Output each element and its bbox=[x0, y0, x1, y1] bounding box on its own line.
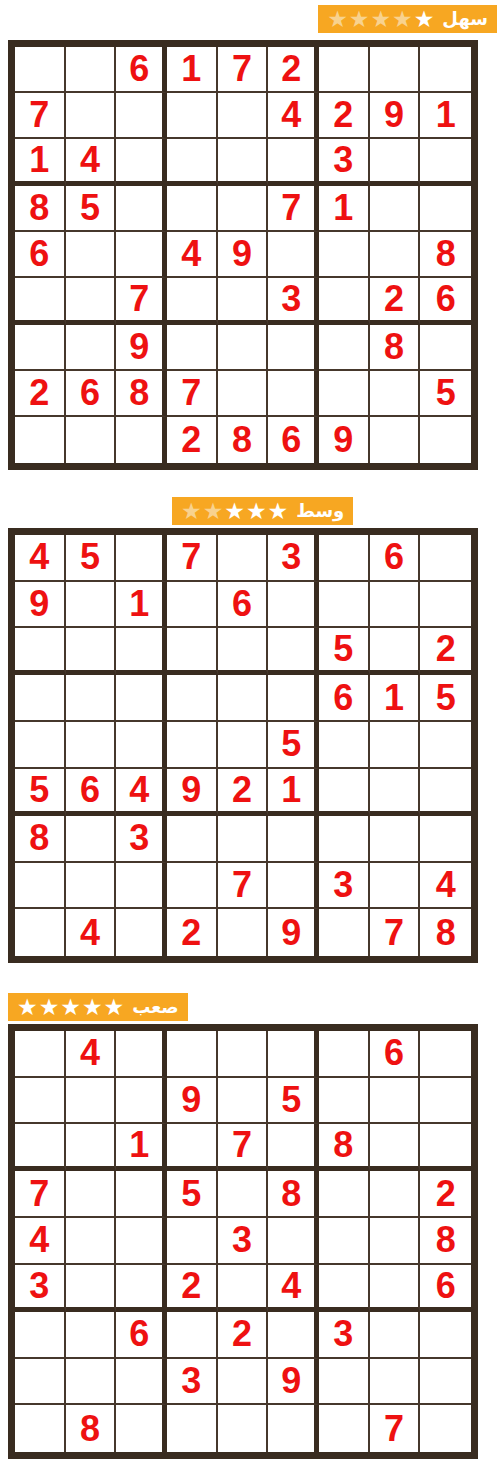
cell-hard-r4c5[interactable] bbox=[218, 1171, 269, 1218]
cell-hard-r9c6[interactable] bbox=[268, 1405, 319, 1452]
cell-easy-r8c1[interactable]: 2 bbox=[15, 371, 66, 417]
cell-easy-r9c9[interactable] bbox=[420, 417, 471, 463]
cell-hard-r4c2[interactable] bbox=[66, 1171, 117, 1218]
cell-hard-r5c8[interactable] bbox=[370, 1218, 421, 1265]
cell-hard-r7c9[interactable] bbox=[420, 1312, 471, 1359]
cell-hard-r1c3[interactable] bbox=[116, 1031, 167, 1078]
cell-medium-r1c4[interactable]: 7 bbox=[167, 535, 218, 582]
cell-medium-r9c9[interactable]: 8 bbox=[420, 909, 471, 956]
cell-medium-r6c5[interactable]: 2 bbox=[218, 769, 269, 816]
cell-hard-r7c5[interactable]: 2 bbox=[218, 1312, 269, 1359]
cell-hard-r6c6[interactable]: 4 bbox=[268, 1265, 319, 1312]
cell-medium-r7c2[interactable] bbox=[66, 816, 117, 863]
cell-easy-r9c4[interactable]: 2 bbox=[167, 417, 218, 463]
cell-easy-r1c9[interactable] bbox=[420, 47, 471, 93]
cell-medium-r3c7[interactable]: 5 bbox=[319, 628, 370, 675]
cell-medium-r6c6[interactable]: 1 bbox=[268, 769, 319, 816]
cell-hard-r1c9[interactable] bbox=[420, 1031, 471, 1078]
cell-hard-r9c1[interactable] bbox=[15, 1405, 66, 1452]
cell-easy-r2c5[interactable] bbox=[218, 93, 269, 139]
cell-easy-r8c5[interactable] bbox=[218, 371, 269, 417]
cell-hard-r8c1[interactable] bbox=[15, 1359, 66, 1406]
cell-hard-r6c8[interactable] bbox=[370, 1265, 421, 1312]
cell-hard-r2c8[interactable] bbox=[370, 1078, 421, 1125]
difficulty-label-hard: صعب bbox=[132, 993, 179, 1021]
cell-easy-r5c4[interactable]: 4 bbox=[167, 232, 218, 278]
cell-easy-r8c6[interactable] bbox=[268, 371, 319, 417]
cell-easy-r7c7[interactable] bbox=[319, 325, 370, 371]
cell-medium-r7c8[interactable] bbox=[370, 816, 421, 863]
cell-hard-r6c2[interactable] bbox=[66, 1265, 117, 1312]
cell-hard-r9c9[interactable] bbox=[420, 1405, 471, 1452]
cell-medium-r5c5[interactable] bbox=[218, 722, 269, 769]
cell-hard-r8c7[interactable] bbox=[319, 1359, 370, 1406]
cell-hard-r7c4[interactable] bbox=[167, 1312, 218, 1359]
cell-medium-r6c2[interactable]: 6 bbox=[66, 769, 117, 816]
cell-medium-r2c3[interactable]: 1 bbox=[116, 582, 167, 629]
cell-medium-r7c9[interactable] bbox=[420, 816, 471, 863]
cell-easy-r3c9[interactable] bbox=[420, 139, 471, 186]
cell-hard-r4c8[interactable] bbox=[370, 1171, 421, 1218]
difficulty-stars-easy: ★★★★★ bbox=[327, 7, 434, 31]
cell-medium-r6c1[interactable]: 5 bbox=[15, 769, 66, 816]
cell-medium-r2c7[interactable] bbox=[319, 582, 370, 629]
cell-hard-r4c7[interactable] bbox=[319, 1171, 370, 1218]
cell-hard-r4c1[interactable]: 7 bbox=[15, 1171, 66, 1218]
cell-medium-r4c3[interactable] bbox=[116, 675, 167, 722]
cell-easy-r4c8[interactable] bbox=[370, 186, 421, 232]
cell-easy-r2c6[interactable]: 4 bbox=[268, 93, 319, 139]
star-filled-icon: ★ bbox=[39, 995, 60, 1019]
star-filled-icon: ★ bbox=[246, 499, 267, 523]
cell-medium-r5c2[interactable] bbox=[66, 722, 117, 769]
cell-medium-r3c9[interactable]: 2 bbox=[420, 628, 471, 675]
cell-hard-r6c9[interactable]: 6 bbox=[420, 1265, 471, 1312]
cell-medium-r1c7[interactable] bbox=[319, 535, 370, 582]
cell-hard-r3c5[interactable]: 7 bbox=[218, 1124, 269, 1171]
cell-medium-r9c2[interactable]: 4 bbox=[66, 909, 117, 956]
cell-easy-r4c5[interactable] bbox=[218, 186, 269, 232]
cell-hard-r7c8[interactable] bbox=[370, 1312, 421, 1359]
cell-easy-r9c2[interactable] bbox=[66, 417, 117, 463]
cell-hard-r9c2[interactable]: 8 bbox=[66, 1405, 117, 1452]
cell-hard-r8c6[interactable]: 9 bbox=[268, 1359, 319, 1406]
cell-easy-r7c8[interactable]: 8 bbox=[370, 325, 421, 371]
cell-medium-r8c5[interactable]: 7 bbox=[218, 863, 269, 910]
cell-easy-r6c2[interactable] bbox=[66, 278, 117, 325]
cell-easy-r6c4[interactable] bbox=[167, 278, 218, 325]
cell-medium-r9c4[interactable]: 2 bbox=[167, 909, 218, 956]
cell-medium-r4c9[interactable]: 5 bbox=[420, 675, 471, 722]
cell-easy-r8c9[interactable]: 5 bbox=[420, 371, 471, 417]
cell-medium-r7c1[interactable]: 8 bbox=[15, 816, 66, 863]
cell-hard-r5c9[interactable]: 8 bbox=[420, 1218, 471, 1265]
cell-hard-r3c2[interactable] bbox=[66, 1124, 117, 1171]
cell-hard-r1c6[interactable] bbox=[268, 1031, 319, 1078]
cell-easy-r5c5[interactable]: 9 bbox=[218, 232, 269, 278]
cell-hard-r3c9[interactable] bbox=[420, 1124, 471, 1171]
cell-medium-r4c8[interactable]: 1 bbox=[370, 675, 421, 722]
cell-easy-r9c3[interactable] bbox=[116, 417, 167, 463]
cell-medium-r6c7[interactable] bbox=[319, 769, 370, 816]
star-filled-icon: ★ bbox=[268, 499, 289, 523]
cell-medium-r2c1[interactable]: 9 bbox=[15, 582, 66, 629]
cell-hard-r2c1[interactable] bbox=[15, 1078, 66, 1125]
cell-medium-r1c6[interactable]: 3 bbox=[268, 535, 319, 582]
cell-hard-r7c2[interactable] bbox=[66, 1312, 117, 1359]
cell-medium-r7c6[interactable] bbox=[268, 816, 319, 863]
cell-medium-r2c9[interactable] bbox=[420, 582, 471, 629]
cell-easy-r9c5[interactable]: 8 bbox=[218, 417, 269, 463]
cell-easy-r2c2[interactable] bbox=[66, 93, 117, 139]
cell-medium-r5c1[interactable] bbox=[15, 722, 66, 769]
cell-hard-r8c3[interactable] bbox=[116, 1359, 167, 1406]
cell-hard-r8c4[interactable]: 3 bbox=[167, 1359, 218, 1406]
difficulty-banner-easy: ★★★★★ سهل bbox=[318, 5, 497, 33]
star-filled-icon: ★ bbox=[17, 995, 38, 1019]
cell-hard-r7c1[interactable] bbox=[15, 1312, 66, 1359]
cell-easy-r1c5[interactable]: 7 bbox=[218, 47, 269, 93]
cell-hard-r2c5[interactable] bbox=[218, 1078, 269, 1125]
cell-easy-r1c8[interactable] bbox=[370, 47, 421, 93]
cell-medium-r2c2[interactable] bbox=[66, 582, 117, 629]
cell-medium-r4c5[interactable] bbox=[218, 675, 269, 722]
cell-medium-r8c2[interactable] bbox=[66, 863, 117, 910]
cell-medium-r3c1[interactable] bbox=[15, 628, 66, 675]
cell-easy-r6c8[interactable]: 2 bbox=[370, 278, 421, 325]
star-empty-icon: ★ bbox=[370, 7, 391, 31]
cell-hard-r8c5[interactable] bbox=[218, 1359, 269, 1406]
cell-medium-r9c8[interactable]: 7 bbox=[370, 909, 421, 956]
cell-medium-r2c8[interactable] bbox=[370, 582, 421, 629]
cell-medium-r1c8[interactable]: 6 bbox=[370, 535, 421, 582]
cell-hard-r3c7[interactable]: 8 bbox=[319, 1124, 370, 1171]
difficulty-banner-medium: ★★★★★ وسط bbox=[172, 497, 353, 525]
cell-medium-r9c6[interactable]: 9 bbox=[268, 909, 319, 956]
cell-medium-r4c7[interactable]: 6 bbox=[319, 675, 370, 722]
cell-medium-r8c1[interactable] bbox=[15, 863, 66, 910]
star-empty-icon: ★ bbox=[181, 499, 202, 523]
cell-medium-r7c7[interactable] bbox=[319, 816, 370, 863]
cell-easy-r1c7[interactable] bbox=[319, 47, 370, 93]
cell-easy-r9c7[interactable]: 9 bbox=[319, 417, 370, 463]
cell-medium-r1c2[interactable]: 5 bbox=[66, 535, 117, 582]
star-empty-icon: ★ bbox=[327, 7, 348, 31]
cell-easy-r3c3[interactable] bbox=[116, 139, 167, 186]
star-filled-icon: ★ bbox=[82, 995, 103, 1019]
cell-hard-r1c4[interactable] bbox=[167, 1031, 218, 1078]
cell-medium-r3c5[interactable] bbox=[218, 628, 269, 675]
cell-easy-r6c3[interactable]: 7 bbox=[116, 278, 167, 325]
cell-hard-r6c1[interactable]: 3 bbox=[15, 1265, 66, 1312]
sudoku-grid-medium: 457369165261555649218373442978 bbox=[8, 528, 478, 963]
cell-hard-r5c2[interactable] bbox=[66, 1218, 117, 1265]
cell-medium-r8c7[interactable]: 3 bbox=[319, 863, 370, 910]
cell-easy-r6c7[interactable] bbox=[319, 278, 370, 325]
difficulty-label-easy: سهل bbox=[442, 5, 488, 33]
cell-hard-r4c3[interactable] bbox=[116, 1171, 167, 1218]
cell-medium-r5c4[interactable] bbox=[167, 722, 218, 769]
cell-easy-r5c6[interactable] bbox=[268, 232, 319, 278]
cell-easy-r7c6[interactable] bbox=[268, 325, 319, 371]
cell-medium-r8c3[interactable] bbox=[116, 863, 167, 910]
difficulty-banner-hard: ★★★★★ صعب bbox=[8, 993, 188, 1021]
cell-easy-r6c6[interactable]: 3 bbox=[268, 278, 319, 325]
cell-medium-r2c5[interactable]: 6 bbox=[218, 582, 269, 629]
cell-hard-r5c5[interactable]: 3 bbox=[218, 1218, 269, 1265]
difficulty-stars-medium: ★★★★★ bbox=[181, 499, 288, 523]
cell-easy-r9c6[interactable]: 6 bbox=[268, 417, 319, 463]
cell-hard-r1c1[interactable] bbox=[15, 1031, 66, 1078]
star-empty-icon: ★ bbox=[392, 7, 413, 31]
cell-hard-r2c3[interactable] bbox=[116, 1078, 167, 1125]
cell-easy-r1c2[interactable] bbox=[66, 47, 117, 93]
cell-easy-r7c9[interactable] bbox=[420, 325, 471, 371]
cell-hard-r4c9[interactable]: 2 bbox=[420, 1171, 471, 1218]
cell-hard-r1c7[interactable] bbox=[319, 1031, 370, 1078]
cell-easy-r9c8[interactable] bbox=[370, 417, 421, 463]
cell-hard-r5c4[interactable] bbox=[167, 1218, 218, 1265]
cell-easy-r1c6[interactable]: 2 bbox=[268, 47, 319, 93]
cell-medium-r5c7[interactable] bbox=[319, 722, 370, 769]
cell-medium-r5c3[interactable] bbox=[116, 722, 167, 769]
star-empty-icon: ★ bbox=[203, 499, 224, 523]
cell-hard-r2c2[interactable] bbox=[66, 1078, 117, 1125]
sudoku-grid-easy: 61727429114385716498732698268752869 bbox=[8, 40, 478, 470]
cell-medium-r1c3[interactable] bbox=[116, 535, 167, 582]
cell-medium-r1c1[interactable]: 4 bbox=[15, 535, 66, 582]
cell-hard-r8c9[interactable] bbox=[420, 1359, 471, 1406]
cell-easy-r2c4[interactable] bbox=[167, 93, 218, 139]
cell-easy-r6c5[interactable] bbox=[218, 278, 269, 325]
cell-easy-r3c1[interactable]: 1 bbox=[15, 139, 66, 186]
cell-medium-r7c3[interactable]: 3 bbox=[116, 816, 167, 863]
cell-easy-r6c9[interactable]: 6 bbox=[420, 278, 471, 325]
cell-medium-r3c3[interactable] bbox=[116, 628, 167, 675]
cell-easy-r4c3[interactable] bbox=[116, 186, 167, 232]
cell-easy-r8c3[interactable]: 8 bbox=[116, 371, 167, 417]
cell-medium-r5c6[interactable]: 5 bbox=[268, 722, 319, 769]
cell-hard-r6c7[interactable] bbox=[319, 1265, 370, 1312]
cell-easy-r5c9[interactable]: 8 bbox=[420, 232, 471, 278]
difficulty-label-medium: وسط bbox=[296, 497, 344, 525]
cell-medium-r9c5[interactable] bbox=[218, 909, 269, 956]
cell-hard-r5c6[interactable] bbox=[268, 1218, 319, 1265]
cell-hard-r2c4[interactable]: 9 bbox=[167, 1078, 218, 1125]
cell-hard-r9c8[interactable]: 7 bbox=[370, 1405, 421, 1452]
cell-medium-r2c6[interactable] bbox=[268, 582, 319, 629]
cell-easy-r4c1[interactable]: 8 bbox=[15, 186, 66, 232]
cell-easy-r3c6[interactable] bbox=[268, 139, 319, 186]
cell-easy-r1c1[interactable] bbox=[15, 47, 66, 93]
cell-medium-r6c8[interactable] bbox=[370, 769, 421, 816]
cell-medium-r4c6[interactable] bbox=[268, 675, 319, 722]
cell-easy-r8c4[interactable]: 7 bbox=[167, 371, 218, 417]
cell-easy-r2c9[interactable]: 1 bbox=[420, 93, 471, 139]
cell-easy-r5c1[interactable]: 6 bbox=[15, 232, 66, 278]
cell-hard-r2c7[interactable] bbox=[319, 1078, 370, 1125]
cell-medium-r4c1[interactable] bbox=[15, 675, 66, 722]
cell-medium-r5c8[interactable] bbox=[370, 722, 421, 769]
cell-hard-r9c4[interactable] bbox=[167, 1405, 218, 1452]
cell-easy-r3c5[interactable] bbox=[218, 139, 269, 186]
cell-medium-r8c4[interactable] bbox=[167, 863, 218, 910]
cell-hard-r5c1[interactable]: 4 bbox=[15, 1218, 66, 1265]
cell-medium-r3c8[interactable] bbox=[370, 628, 421, 675]
cell-medium-r1c5[interactable] bbox=[218, 535, 269, 582]
cell-hard-r7c3[interactable]: 6 bbox=[116, 1312, 167, 1359]
cell-medium-r5c9[interactable] bbox=[420, 722, 471, 769]
cell-medium-r7c5[interactable] bbox=[218, 816, 269, 863]
cell-hard-r5c3[interactable] bbox=[116, 1218, 167, 1265]
cell-easy-r5c7[interactable] bbox=[319, 232, 370, 278]
cell-hard-r4c6[interactable]: 8 bbox=[268, 1171, 319, 1218]
cell-easy-r1c4[interactable]: 1 bbox=[167, 47, 218, 93]
cell-hard-r9c3[interactable] bbox=[116, 1405, 167, 1452]
cell-easy-r2c3[interactable] bbox=[116, 93, 167, 139]
cell-medium-r6c3[interactable]: 4 bbox=[116, 769, 167, 816]
cell-medium-r8c9[interactable]: 4 bbox=[420, 863, 471, 910]
cell-hard-r6c5[interactable] bbox=[218, 1265, 269, 1312]
cell-hard-r8c8[interactable] bbox=[370, 1359, 421, 1406]
star-filled-icon: ★ bbox=[60, 995, 81, 1019]
cell-medium-r3c6[interactable] bbox=[268, 628, 319, 675]
cell-hard-r6c3[interactable] bbox=[116, 1265, 167, 1312]
cell-easy-r2c1[interactable]: 7 bbox=[15, 93, 66, 139]
cell-easy-r4c9[interactable] bbox=[420, 186, 471, 232]
cell-easy-r8c2[interactable]: 6 bbox=[66, 371, 117, 417]
cell-easy-r1c3[interactable]: 6 bbox=[116, 47, 167, 93]
cell-hard-r7c7[interactable]: 3 bbox=[319, 1312, 370, 1359]
cell-easy-r7c2[interactable] bbox=[66, 325, 117, 371]
star-filled-icon: ★ bbox=[224, 499, 245, 523]
cell-easy-r7c3[interactable]: 9 bbox=[116, 325, 167, 371]
cell-easy-r5c3[interactable] bbox=[116, 232, 167, 278]
cell-hard-r7c6[interactable] bbox=[268, 1312, 319, 1359]
cell-easy-r7c5[interactable] bbox=[218, 325, 269, 371]
star-filled-icon: ★ bbox=[414, 7, 435, 31]
cell-easy-r5c8[interactable] bbox=[370, 232, 421, 278]
cell-easy-r8c7[interactable] bbox=[319, 371, 370, 417]
cell-hard-r3c3[interactable]: 1 bbox=[116, 1124, 167, 1171]
cell-easy-r3c2[interactable]: 4 bbox=[66, 139, 117, 186]
cell-hard-r1c8[interactable]: 6 bbox=[370, 1031, 421, 1078]
cell-easy-r4c6[interactable]: 7 bbox=[268, 186, 319, 232]
cell-medium-r6c4[interactable]: 9 bbox=[167, 769, 218, 816]
cell-medium-r9c1[interactable] bbox=[15, 909, 66, 956]
cell-hard-r2c9[interactable] bbox=[420, 1078, 471, 1125]
cell-medium-r8c8[interactable] bbox=[370, 863, 421, 910]
cell-medium-r9c3[interactable] bbox=[116, 909, 167, 956]
cell-easy-r7c4[interactable] bbox=[167, 325, 218, 371]
cell-hard-r3c6[interactable] bbox=[268, 1124, 319, 1171]
cell-medium-r8c6[interactable] bbox=[268, 863, 319, 910]
cell-medium-r7c4[interactable] bbox=[167, 816, 218, 863]
cell-medium-r2c4[interactable] bbox=[167, 582, 218, 629]
cell-easy-r9c1[interactable] bbox=[15, 417, 66, 463]
cell-hard-r2c6[interactable]: 5 bbox=[268, 1078, 319, 1125]
cell-hard-r4c4[interactable]: 5 bbox=[167, 1171, 218, 1218]
cell-easy-r3c7[interactable]: 3 bbox=[319, 139, 370, 186]
star-filled-icon: ★ bbox=[104, 995, 125, 1019]
cell-medium-r3c2[interactable] bbox=[66, 628, 117, 675]
cell-medium-r4c2[interactable] bbox=[66, 675, 117, 722]
cell-easy-r2c7[interactable]: 2 bbox=[319, 93, 370, 139]
cell-hard-r5c7[interactable] bbox=[319, 1218, 370, 1265]
sudoku-grid-hard: 4695178758243832466233987 bbox=[8, 1024, 478, 1459]
cell-easy-r8c8[interactable] bbox=[370, 371, 421, 417]
cell-medium-r6c9[interactable] bbox=[420, 769, 471, 816]
cell-hard-r3c8[interactable] bbox=[370, 1124, 421, 1171]
cell-hard-r8c2[interactable] bbox=[66, 1359, 117, 1406]
cell-medium-r3c4[interactable] bbox=[167, 628, 218, 675]
cell-hard-r3c4[interactable] bbox=[167, 1124, 218, 1171]
cell-easy-r4c4[interactable] bbox=[167, 186, 218, 232]
cell-medium-r4c4[interactable] bbox=[167, 675, 218, 722]
cell-easy-r6c1[interactable] bbox=[15, 278, 66, 325]
difficulty-stars-hard: ★★★★★ bbox=[17, 995, 124, 1019]
cell-hard-r9c7[interactable] bbox=[319, 1405, 370, 1452]
cell-easy-r7c1[interactable] bbox=[15, 325, 66, 371]
cell-hard-r9c5[interactable] bbox=[218, 1405, 269, 1452]
cell-easy-r4c2[interactable]: 5 bbox=[66, 186, 117, 232]
cell-easy-r4c7[interactable]: 1 bbox=[319, 186, 370, 232]
cell-hard-r3c1[interactable] bbox=[15, 1124, 66, 1171]
cell-medium-r9c7[interactable] bbox=[319, 909, 370, 956]
star-empty-icon: ★ bbox=[349, 7, 370, 31]
cell-hard-r1c5[interactable] bbox=[218, 1031, 269, 1078]
cell-easy-r2c8[interactable]: 9 bbox=[370, 93, 421, 139]
cell-easy-r3c8[interactable] bbox=[370, 139, 421, 186]
cell-easy-r3c4[interactable] bbox=[167, 139, 218, 186]
cell-medium-r1c9[interactable] bbox=[420, 535, 471, 582]
cell-hard-r6c4[interactable]: 2 bbox=[167, 1265, 218, 1312]
cell-hard-r1c2[interactable]: 4 bbox=[66, 1031, 117, 1078]
cell-easy-r5c2[interactable] bbox=[66, 232, 117, 278]
